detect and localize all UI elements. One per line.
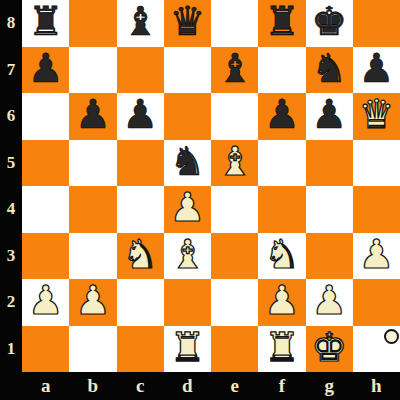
square-c6[interactable]: ♟	[117, 93, 164, 140]
piece-white-pawn[interactable]: ♟	[311, 280, 347, 320]
piece-black-pawn[interactable]: ♟	[358, 48, 394, 88]
square-c2[interactable]	[117, 279, 164, 326]
rank-label-1: 1	[0, 326, 22, 373]
piece-white-pawn[interactable]: ♟	[264, 280, 300, 320]
piece-black-rook[interactable]: ♜	[28, 1, 64, 41]
file-label-a: a	[22, 372, 69, 400]
square-a1[interactable]	[22, 326, 69, 373]
square-a3[interactable]	[22, 233, 69, 280]
square-b5[interactable]	[69, 140, 116, 187]
square-g3[interactable]	[306, 233, 353, 280]
square-g1[interactable]: ♚	[306, 326, 353, 373]
square-d8[interactable]: ♛	[164, 0, 211, 47]
file-labels: abcdefgh	[22, 372, 400, 400]
piece-black-rook[interactable]: ♜	[264, 1, 300, 41]
square-e4[interactable]	[211, 186, 258, 233]
square-f8[interactable]: ♜	[258, 0, 305, 47]
piece-black-bishop[interactable]: ♝	[122, 1, 158, 41]
square-d7[interactable]	[164, 47, 211, 94]
file-label-c: c	[117, 372, 164, 400]
file-label-e: e	[211, 372, 258, 400]
rank-label-5: 5	[0, 140, 22, 187]
square-h4[interactable]	[353, 186, 400, 233]
square-g7[interactable]: ♞	[306, 47, 353, 94]
square-d2[interactable]	[164, 279, 211, 326]
square-h6[interactable]: ♛	[353, 93, 400, 140]
piece-black-knight[interactable]: ♞	[311, 48, 347, 88]
square-b3[interactable]	[69, 233, 116, 280]
piece-black-pawn[interactable]: ♟	[311, 94, 347, 134]
piece-white-pawn[interactable]: ♟	[358, 234, 394, 274]
rank-label-6: 6	[0, 93, 22, 140]
piece-white-pawn[interactable]: ♟	[75, 280, 111, 320]
square-g2[interactable]: ♟	[306, 279, 353, 326]
square-e5[interactable]: ♝	[211, 140, 258, 187]
square-a2[interactable]: ♟	[22, 279, 69, 326]
chess-puzzle-diagram: 87654321 ♜♝♛♜♚♟♝♞♟♟♟♟♟♛♞♝♟♞♝♞♟♟♟♟♟♜♜♚ ab…	[0, 0, 400, 400]
square-c7[interactable]	[117, 47, 164, 94]
square-b7[interactable]	[69, 47, 116, 94]
square-b4[interactable]	[69, 186, 116, 233]
square-c5[interactable]	[117, 140, 164, 187]
square-a6[interactable]	[22, 93, 69, 140]
square-b6[interactable]: ♟	[69, 93, 116, 140]
square-c4[interactable]	[117, 186, 164, 233]
rank-label-2: 2	[0, 279, 22, 326]
square-g6[interactable]: ♟	[306, 93, 353, 140]
square-h2[interactable]	[353, 279, 400, 326]
square-d4[interactable]: ♟	[164, 186, 211, 233]
piece-black-pawn[interactable]: ♟	[264, 94, 300, 134]
square-e2[interactable]	[211, 279, 258, 326]
file-label-d: d	[164, 372, 211, 400]
rank-label-7: 7	[0, 47, 22, 94]
square-g8[interactable]: ♚	[306, 0, 353, 47]
square-a8[interactable]: ♜	[22, 0, 69, 47]
square-d6[interactable]	[164, 93, 211, 140]
square-e6[interactable]	[211, 93, 258, 140]
square-f7[interactable]	[258, 47, 305, 94]
square-b8[interactable]	[69, 0, 116, 47]
square-d1[interactable]: ♜	[164, 326, 211, 373]
piece-white-rook[interactable]: ♜	[169, 327, 205, 367]
square-g4[interactable]	[306, 186, 353, 233]
rank-label-3: 3	[0, 233, 22, 280]
piece-white-knight[interactable]: ♞	[122, 234, 158, 274]
piece-white-king[interactable]: ♚	[311, 327, 347, 367]
file-label-g: g	[306, 372, 353, 400]
piece-black-knight[interactable]: ♞	[169, 141, 205, 181]
piece-black-bishop[interactable]: ♝	[217, 48, 253, 88]
piece-white-bishop[interactable]: ♝	[217, 141, 253, 181]
square-h8[interactable]	[353, 0, 400, 47]
piece-white-pawn[interactable]: ♟	[169, 187, 205, 227]
square-e7[interactable]: ♝	[211, 47, 258, 94]
white-to-move-indicator	[384, 329, 399, 344]
square-c8[interactable]: ♝	[117, 0, 164, 47]
square-e8[interactable]	[211, 0, 258, 47]
piece-white-rook[interactable]: ♜	[264, 327, 300, 367]
square-c3[interactable]: ♞	[117, 233, 164, 280]
square-e3[interactable]	[211, 233, 258, 280]
rank-label-8: 8	[0, 0, 22, 47]
chess-board: ♜♝♛♜♚♟♝♞♟♟♟♟♟♛♞♝♟♞♝♞♟♟♟♟♟♜♜♚	[22, 0, 400, 372]
file-label-b: b	[69, 372, 116, 400]
square-g5[interactable]	[306, 140, 353, 187]
piece-white-pawn[interactable]: ♟	[28, 280, 64, 320]
piece-black-pawn[interactable]: ♟	[28, 48, 64, 88]
square-c1[interactable]	[117, 326, 164, 373]
square-f3[interactable]: ♞	[258, 233, 305, 280]
square-d3[interactable]: ♝	[164, 233, 211, 280]
square-f1[interactable]: ♜	[258, 326, 305, 373]
square-d5[interactable]: ♞	[164, 140, 211, 187]
file-label-f: f	[258, 372, 305, 400]
file-label-h: h	[353, 372, 400, 400]
square-h5[interactable]	[353, 140, 400, 187]
piece-black-king[interactable]: ♚	[311, 1, 347, 41]
piece-white-bishop[interactable]: ♝	[169, 234, 205, 274]
square-f5[interactable]	[258, 140, 305, 187]
square-a7[interactable]: ♟	[22, 47, 69, 94]
square-h7[interactable]: ♟	[353, 47, 400, 94]
piece-black-queen[interactable]: ♛	[169, 1, 205, 41]
square-a5[interactable]	[22, 140, 69, 187]
piece-black-pawn[interactable]: ♟	[122, 94, 158, 134]
piece-black-pawn[interactable]: ♟	[75, 94, 111, 134]
square-f2[interactable]: ♟	[258, 279, 305, 326]
square-b1[interactable]	[69, 326, 116, 373]
piece-white-knight[interactable]: ♞	[264, 234, 300, 274]
square-e1[interactable]	[211, 326, 258, 373]
square-f4[interactable]	[258, 186, 305, 233]
square-f6[interactable]: ♟	[258, 93, 305, 140]
square-a4[interactable]	[22, 186, 69, 233]
square-h3[interactable]: ♟	[353, 233, 400, 280]
rank-label-4: 4	[0, 186, 22, 233]
piece-white-queen[interactable]: ♛	[358, 94, 394, 134]
square-b2[interactable]: ♟	[69, 279, 116, 326]
rank-labels: 87654321	[0, 0, 22, 372]
